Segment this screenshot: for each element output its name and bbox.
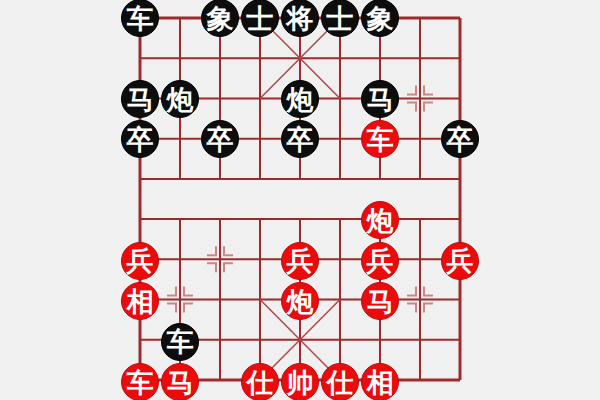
piece-black-advisor[interactable]: 士 xyxy=(321,0,359,37)
piece-red-soldier[interactable]: 兵 xyxy=(281,242,319,280)
piece-black-soldier[interactable]: 卒 xyxy=(201,120,239,158)
piece-red-soldier[interactable]: 兵 xyxy=(361,242,399,280)
piece-red-horse[interactable]: 马 xyxy=(161,363,199,400)
piece-red-cannon[interactable]: 炮 xyxy=(281,282,319,320)
piece-red-elephant[interactable]: 相 xyxy=(361,363,399,400)
piece-red-advisor[interactable]: 仕 xyxy=(321,363,359,400)
piece-black-general[interactable]: 将 xyxy=(281,0,319,37)
piece-black-chariot[interactable]: 车 xyxy=(161,323,199,361)
piece-red-elephant[interactable]: 相 xyxy=(121,282,159,320)
piece-red-cannon[interactable]: 炮 xyxy=(361,201,399,239)
piece-black-horse[interactable]: 马 xyxy=(121,80,159,118)
xiangqi-board[interactable]: 车象士将士象马炮炮马卒卒卒车卒炮兵兵兵兵相炮马车车马仕帅仕相 xyxy=(0,0,600,400)
piece-black-soldier[interactable]: 卒 xyxy=(441,120,479,158)
piece-red-general[interactable]: 帅 xyxy=(281,363,319,400)
piece-black-horse[interactable]: 马 xyxy=(361,80,399,118)
piece-red-horse[interactable]: 马 xyxy=(361,282,399,320)
piece-red-soldier[interactable]: 兵 xyxy=(121,242,159,280)
piece-layer: 车象士将士象马炮炮马卒卒卒车卒炮兵兵兵兵相炮马车车马仕帅仕相 xyxy=(120,0,480,400)
piece-black-soldier[interactable]: 卒 xyxy=(281,120,319,158)
piece-red-chariot[interactable]: 车 xyxy=(121,363,159,400)
piece-red-soldier[interactable]: 兵 xyxy=(441,242,479,280)
piece-black-elephant[interactable]: 象 xyxy=(361,0,399,37)
piece-black-elephant[interactable]: 象 xyxy=(201,0,239,37)
piece-red-advisor[interactable]: 仕 xyxy=(241,363,279,400)
piece-black-advisor[interactable]: 士 xyxy=(241,0,279,37)
piece-red-chariot[interactable]: 车 xyxy=(361,120,399,158)
piece-black-cannon[interactable]: 炮 xyxy=(281,80,319,118)
piece-black-cannon[interactable]: 炮 xyxy=(161,80,199,118)
piece-black-chariot[interactable]: 车 xyxy=(121,0,159,37)
piece-black-soldier[interactable]: 卒 xyxy=(121,120,159,158)
